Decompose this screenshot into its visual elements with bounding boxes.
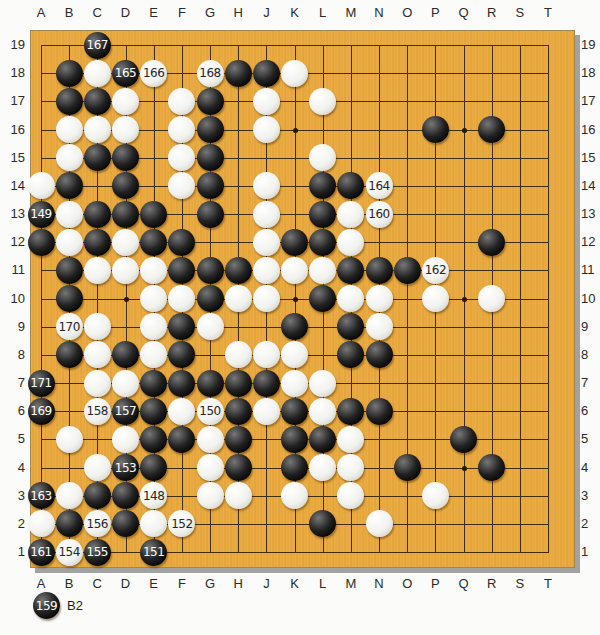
stone-K18: [281, 60, 308, 87]
stone-D6: 157: [112, 398, 139, 425]
stone-B1: 154: [56, 539, 83, 566]
stone-K7: [281, 370, 308, 397]
stone-L12: [309, 229, 336, 256]
caption-move-stone: 159: [33, 592, 60, 619]
stone-B2: [56, 510, 83, 537]
column-label-top: D: [113, 5, 139, 20]
row-label-right: 18: [581, 65, 600, 80]
stone-A3: 163: [28, 482, 55, 509]
move-number: 157: [115, 405, 136, 417]
stone-K3: [281, 482, 308, 509]
stone-C7: [84, 370, 111, 397]
column-label-top: T: [535, 5, 561, 20]
column-label-top: M: [338, 5, 364, 20]
move-number: 161: [30, 546, 51, 558]
stone-N13: 160: [366, 201, 393, 228]
stone-E11: [140, 257, 167, 284]
caption-coordinate: B2: [67, 598, 83, 613]
row-label-right: 12: [581, 234, 600, 249]
column-label-top: B: [56, 5, 82, 20]
stone-C8: [84, 341, 111, 368]
stone-B9: 170: [56, 313, 83, 340]
stone-B12: [56, 229, 83, 256]
stone-E13: [140, 201, 167, 228]
move-number: 166: [143, 67, 164, 79]
row-label-left: 12: [1, 234, 25, 249]
column-label-top: P: [422, 5, 448, 20]
row-label-left: 2: [1, 516, 25, 531]
stone-E6: [140, 398, 167, 425]
stone-M12: [337, 229, 364, 256]
stone-B11: [56, 257, 83, 284]
move-number: 153: [115, 462, 136, 474]
stone-B5: [56, 426, 83, 453]
column-label-top: E: [141, 5, 167, 20]
stone-B18: [56, 60, 83, 87]
row-label-right: 3: [581, 488, 600, 503]
stone-C11: [84, 257, 111, 284]
stone-N2: [366, 510, 393, 537]
stone-B17: [56, 88, 83, 115]
stone-H7: [225, 370, 252, 397]
stone-L7: [309, 370, 336, 397]
stone-L10: [309, 285, 336, 312]
move-number: 165: [115, 67, 136, 79]
stone-E7: [140, 370, 167, 397]
stone-A7: 171: [28, 370, 55, 397]
stone-N14: 164: [366, 172, 393, 199]
row-label-right: 5: [581, 431, 600, 446]
stone-J13: [253, 201, 280, 228]
stone-O4: [394, 454, 421, 481]
stone-L13: [309, 201, 336, 228]
stone-F7: [168, 370, 195, 397]
stone-J17: [253, 88, 280, 115]
column-label-top: A: [28, 5, 54, 20]
stone-L11: [309, 257, 336, 284]
row-label-right: 8: [581, 347, 600, 362]
stone-E18: 166: [140, 60, 167, 87]
stone-G10: [197, 285, 224, 312]
move-number: 154: [58, 546, 79, 558]
stone-C2: 156: [84, 510, 111, 537]
stone-M13: [337, 201, 364, 228]
stone-A6: 169: [28, 398, 55, 425]
stone-L17: [309, 88, 336, 115]
caption-move-number: 159: [36, 600, 57, 612]
stone-D17: [112, 88, 139, 115]
stone-R16: [478, 116, 505, 143]
row-label-right: 2: [581, 516, 600, 531]
stone-G16: [197, 116, 224, 143]
row-label-right: 1: [581, 544, 600, 559]
row-label-right: 7: [581, 375, 600, 390]
row-label-left: 18: [1, 65, 25, 80]
row-label-left: 1: [1, 544, 25, 559]
stone-P10: [422, 285, 449, 312]
stone-B16: [56, 116, 83, 143]
stone-J7: [253, 370, 280, 397]
column-label-top: Q: [451, 5, 477, 20]
stone-D5: [112, 426, 139, 453]
stone-H18: [225, 60, 252, 87]
grid-line-horizontal: [41, 552, 549, 553]
stone-O11: [394, 257, 421, 284]
stone-D4: 153: [112, 454, 139, 481]
stone-H8: [225, 341, 252, 368]
stone-B13: [56, 201, 83, 228]
stone-N8: [366, 341, 393, 368]
stone-D7: [112, 370, 139, 397]
stone-B10: [56, 285, 83, 312]
stone-M6: [337, 398, 364, 425]
row-label-right: 14: [581, 178, 600, 193]
row-label-left: 14: [1, 178, 25, 193]
move-number: 160: [368, 208, 389, 220]
row-label-left: 11: [1, 262, 25, 277]
stone-C18: [84, 60, 111, 87]
row-label-left: 16: [1, 122, 25, 137]
stone-J12: [253, 229, 280, 256]
grid-line-vertical: [520, 45, 521, 553]
stone-N6: [366, 398, 393, 425]
stone-H10: [225, 285, 252, 312]
row-label-left: 19: [1, 37, 25, 52]
star-point: [293, 297, 298, 302]
stone-B3: [56, 482, 83, 509]
stone-G15: [197, 144, 224, 171]
go-board-diagram: 159 B2 AABBCCDDEEFFGGHHJJKKLLMMNNOOPPQQR…: [0, 0, 600, 635]
stone-C4: [84, 454, 111, 481]
stone-K9: [281, 313, 308, 340]
stone-C13: [84, 201, 111, 228]
stone-A12: [28, 229, 55, 256]
stone-C16: [84, 116, 111, 143]
stone-L6: [309, 398, 336, 425]
column-label-top: K: [282, 5, 308, 20]
column-label-top: C: [84, 5, 110, 20]
stone-A14: [28, 172, 55, 199]
stone-C17: [84, 88, 111, 115]
stone-K12: [281, 229, 308, 256]
stone-E12: [140, 229, 167, 256]
stone-C3: [84, 482, 111, 509]
move-number: 167: [87, 39, 108, 51]
stone-G4: [197, 454, 224, 481]
row-label-left: 6: [1, 403, 25, 418]
column-label-top: L: [310, 5, 336, 20]
star-point: [462, 466, 467, 471]
stone-D3: [112, 482, 139, 509]
stone-C6: 158: [84, 398, 111, 425]
star-point: [462, 128, 467, 133]
move-number: 152: [171, 518, 192, 530]
stone-F17: [168, 88, 195, 115]
row-label-left: 13: [1, 206, 25, 221]
move-number: 162: [425, 264, 446, 276]
stone-D15: [112, 144, 139, 171]
stone-F12: [168, 229, 195, 256]
stone-D13: [112, 201, 139, 228]
stone-K11: [281, 257, 308, 284]
stone-C19: 167: [84, 32, 111, 59]
star-point: [293, 128, 298, 133]
grid-line-vertical: [548, 45, 549, 553]
stone-H4: [225, 454, 252, 481]
stone-H5: [225, 426, 252, 453]
stone-D11: [112, 257, 139, 284]
stone-P16: [422, 116, 449, 143]
stone-G6: 150: [197, 398, 224, 425]
stone-G18: 168: [197, 60, 224, 87]
column-label-top: R: [479, 5, 505, 20]
stone-J10: [253, 285, 280, 312]
row-label-left: 3: [1, 488, 25, 503]
star-point: [462, 297, 467, 302]
stone-L5: [309, 426, 336, 453]
stone-H3: [225, 482, 252, 509]
stone-N11: [366, 257, 393, 284]
row-label-right: 10: [581, 291, 600, 306]
star-point: [124, 297, 129, 302]
stone-Q5: [450, 426, 477, 453]
stone-G11: [197, 257, 224, 284]
move-number: 156: [87, 518, 108, 530]
row-label-left: 7: [1, 375, 25, 390]
row-label-left: 17: [1, 93, 25, 108]
stone-F6: [168, 398, 195, 425]
column-label-top: J: [253, 5, 279, 20]
stone-G9: [197, 313, 224, 340]
stone-E10: [140, 285, 167, 312]
stone-G5: [197, 426, 224, 453]
stone-A1: 161: [28, 539, 55, 566]
row-label-right: 6: [581, 403, 600, 418]
caption: 159 B2: [0, 588, 600, 628]
move-number: 169: [30, 405, 51, 417]
stone-K6: [281, 398, 308, 425]
stone-G14: [197, 172, 224, 199]
stone-H11: [225, 257, 252, 284]
row-label-right: 9: [581, 319, 600, 334]
column-label-top: O: [394, 5, 420, 20]
stone-P3: [422, 482, 449, 509]
column-label-top: G: [197, 5, 223, 20]
stone-J11: [253, 257, 280, 284]
stone-B14: [56, 172, 83, 199]
stone-C15: [84, 144, 111, 171]
stone-E1: 151: [140, 539, 167, 566]
stone-R12: [478, 229, 505, 256]
move-number: 170: [58, 321, 79, 333]
stone-J18: [253, 60, 280, 87]
row-label-left: 15: [1, 150, 25, 165]
column-label-top: H: [225, 5, 251, 20]
row-label-left: 4: [1, 460, 25, 475]
move-number: 164: [368, 180, 389, 192]
move-number: 158: [87, 405, 108, 417]
stone-E5: [140, 426, 167, 453]
stone-P11: 162: [422, 257, 449, 284]
move-number: 163: [30, 490, 51, 502]
stone-K4: [281, 454, 308, 481]
row-label-right: 4: [581, 460, 600, 475]
stone-N9: [366, 313, 393, 340]
stone-R10: [478, 285, 505, 312]
stone-J16: [253, 116, 280, 143]
move-number: 151: [143, 546, 164, 558]
stone-D12: [112, 229, 139, 256]
move-number: 171: [30, 377, 51, 389]
column-label-top: F: [169, 5, 195, 20]
row-label-left: 5: [1, 431, 25, 446]
stone-H6: [225, 398, 252, 425]
stone-D18: 165: [112, 60, 139, 87]
row-label-left: 8: [1, 347, 25, 362]
row-label-right: 17: [581, 93, 600, 108]
stone-A2: [28, 510, 55, 537]
stone-C1: 155: [84, 539, 111, 566]
stone-G13: [197, 201, 224, 228]
move-number: 155: [87, 546, 108, 558]
stone-G17: [197, 88, 224, 115]
row-label-right: 15: [581, 150, 600, 165]
stone-G7: [197, 370, 224, 397]
row-label-right: 13: [581, 206, 600, 221]
move-number: 150: [199, 405, 220, 417]
row-label-right: 19: [581, 37, 600, 52]
stone-A13: 149: [28, 201, 55, 228]
row-label-left: 10: [1, 291, 25, 306]
stone-J6: [253, 398, 280, 425]
stone-B8: [56, 341, 83, 368]
move-number: 149: [30, 208, 51, 220]
column-label-top: S: [507, 5, 533, 20]
row-label-right: 16: [581, 122, 600, 137]
stone-D16: [112, 116, 139, 143]
stone-B15: [56, 144, 83, 171]
column-label-top: N: [366, 5, 392, 20]
stone-K5: [281, 426, 308, 453]
row-label-left: 9: [1, 319, 25, 334]
stone-G3: [197, 482, 224, 509]
stone-C9: [84, 313, 111, 340]
move-number: 148: [143, 490, 164, 502]
stone-C12: [84, 229, 111, 256]
stone-N10: [366, 285, 393, 312]
move-number: 168: [199, 67, 220, 79]
row-label-right: 11: [581, 262, 600, 277]
